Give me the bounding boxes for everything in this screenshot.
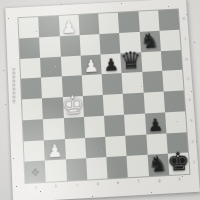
- rank-label-3: 3: [189, 115, 194, 127]
- photo-noise: [0, 0, 1, 1]
- square-c6[interactable]: [60, 55, 81, 76]
- square-c4[interactable]: ♚: [62, 96, 83, 118]
- rank-label-7: 7: [183, 34, 188, 45]
- square-f6[interactable]: ♛: [121, 52, 142, 73]
- square-a1[interactable]: ❖: [25, 161, 46, 183]
- square-h3[interactable]: [165, 111, 187, 133]
- rank-label-4: 4: [187, 95, 192, 107]
- square-d7[interactable]: [79, 34, 100, 55]
- square-f5[interactable]: [122, 72, 143, 94]
- square-e7[interactable]: [99, 33, 120, 54]
- rank-label-2: 2: [190, 136, 195, 148]
- piece-black-knight-g1[interactable]: ♞: [148, 154, 168, 176]
- square-f2[interactable]: [125, 134, 147, 156]
- square-b3[interactable]: [43, 118, 64, 140]
- square-h1[interactable]: ♚: [168, 153, 190, 175]
- rank-label-1: 1: [192, 157, 197, 169]
- square-d8[interactable]: [78, 14, 99, 35]
- square-e8[interactable]: [98, 13, 119, 34]
- square-e5[interactable]: [102, 73, 123, 95]
- square-g4[interactable]: [143, 92, 165, 114]
- square-d6[interactable]: ♟: [80, 54, 101, 75]
- square-d2[interactable]: [85, 136, 107, 158]
- square-a8[interactable]: [18, 17, 39, 38]
- piece-black-pawn-g3[interactable]: ♟: [147, 116, 163, 134]
- rank-label-6: 6: [185, 54, 190, 65]
- square-g6[interactable]: [141, 51, 162, 72]
- square-h4[interactable]: [163, 90, 185, 112]
- piece-white-pawn-d6[interactable]: ♟: [83, 58, 99, 76]
- file-label-c: c: [71, 182, 84, 190]
- square-d5[interactable]: [82, 74, 103, 96]
- square-f1[interactable]: [127, 155, 149, 177]
- piece-white-king-c4[interactable]: ♚: [61, 92, 85, 118]
- square-a7[interactable]: [19, 37, 40, 58]
- piece-black-pawn-e6[interactable]: ♟: [103, 57, 119, 75]
- edge-print: [12, 68, 15, 104]
- square-g3[interactable]: ♟: [145, 112, 167, 134]
- vinyl-board-sheet: ♟♞♟♟♛♚♟♟❖♞♚ abcdefgh 87654321: [5, 0, 200, 200]
- square-b5[interactable]: [41, 77, 62, 99]
- board-photo: ♟♞♟♟♛♚♟♟❖♞♚ abcdefgh 87654321: [0, 0, 200, 200]
- square-h7[interactable]: [159, 29, 180, 50]
- square-c8[interactable]: ♟: [58, 15, 79, 36]
- square-d3[interactable]: [84, 116, 105, 138]
- piece-black-king-h1[interactable]: ♚: [166, 148, 190, 175]
- file-label-e: e: [112, 180, 125, 188]
- square-h5[interactable]: [162, 70, 184, 92]
- file-label-h: h: [173, 176, 186, 184]
- square-h6[interactable]: [161, 50, 182, 71]
- square-b2[interactable]: ♟: [44, 139, 65, 161]
- file-label-g: g: [153, 177, 166, 185]
- rank-label-5: 5: [186, 74, 191, 85]
- file-label-d: d: [91, 181, 104, 189]
- file-label-b: b: [50, 183, 63, 191]
- file-label-f: f: [132, 178, 145, 186]
- piece-black-queen-f6[interactable]: ♛: [120, 49, 143, 74]
- square-a3[interactable]: [23, 119, 44, 141]
- piece-white-pawn-b2[interactable]: ♟: [47, 143, 63, 161]
- square-c1[interactable]: [65, 158, 87, 180]
- square-f4[interactable]: [123, 93, 145, 115]
- square-e4[interactable]: [103, 94, 124, 116]
- piece-black-knight-g7[interactable]: ♞: [140, 30, 160, 51]
- square-h8[interactable]: [158, 9, 179, 30]
- square-a5[interactable]: [21, 78, 42, 100]
- square-e2[interactable]: [105, 135, 127, 157]
- square-a2[interactable]: [24, 140, 45, 162]
- square-b4[interactable]: [42, 97, 63, 119]
- corner-emblem: ❖: [30, 165, 41, 179]
- square-g7[interactable]: ♞: [139, 31, 160, 52]
- square-e1[interactable]: [106, 156, 128, 178]
- square-c2[interactable]: [64, 138, 85, 160]
- square-b1[interactable]: [45, 160, 66, 182]
- square-c7[interactable]: [59, 35, 80, 56]
- square-c3[interactable]: [63, 117, 84, 139]
- square-a4[interactable]: [22, 98, 43, 120]
- square-b8[interactable]: [38, 16, 59, 37]
- square-b6[interactable]: [40, 56, 61, 77]
- square-f3[interactable]: [124, 113, 146, 135]
- square-b7[interactable]: [39, 36, 60, 57]
- piece-white-pawn-c8[interactable]: ♟: [61, 19, 77, 36]
- square-d4[interactable]: [83, 95, 104, 117]
- rank-label-8: 8: [182, 14, 187, 25]
- square-a6[interactable]: [20, 57, 41, 78]
- square-d1[interactable]: [86, 157, 108, 179]
- file-label-a: a: [30, 184, 43, 192]
- board-grid: ♟♞♟♟♛♚♟♟❖♞♚: [18, 9, 189, 183]
- square-g5[interactable]: [142, 71, 163, 93]
- square-f8[interactable]: [118, 12, 139, 33]
- square-e6[interactable]: ♟: [100, 53, 121, 74]
- square-e3[interactable]: [104, 114, 126, 136]
